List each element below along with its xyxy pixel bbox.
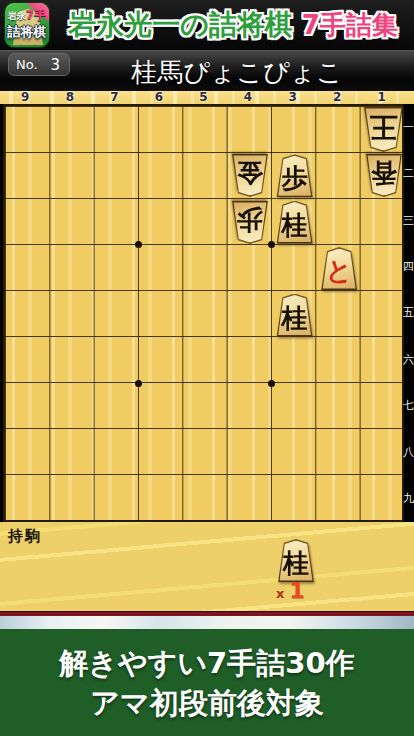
file-label-4: 4 <box>226 91 271 104</box>
hand-count-value: 1 <box>289 578 304 603</box>
file-label-2: 2 <box>315 91 360 104</box>
rank-label-7: 七 <box>403 383 414 429</box>
app-subtitle: 7手詰集 <box>302 8 398 43</box>
rank-label-5: 五 <box>403 290 414 336</box>
rank-label-3: 三 <box>403 197 414 243</box>
hand-area-rays <box>0 522 414 612</box>
hoshi-dot <box>135 380 142 387</box>
screen: 岩永7手 詰将棋 岩永光一の詰将棋 7手詰集 No. 3 桂馬ぴょこぴょこ 98… <box>0 0 414 736</box>
rank-label-2: 二 <box>403 150 414 196</box>
rank-label-1: 一 <box>403 104 414 150</box>
promo-line1: 解きやすい7手詰30作 <box>59 645 354 681</box>
hand-count: x 1 <box>276 578 320 603</box>
puzzle-number: 3 <box>50 56 60 74</box>
piece-35-sente[interactable]: 桂 <box>276 294 314 337</box>
rank-labels: 一二三四五六七八九 <box>403 104 414 522</box>
piece-glyph: 金 <box>231 154 269 197</box>
piece-33-sente[interactable]: 桂 <box>276 201 314 244</box>
hand-area: 持駒 桂 x 1 戻る <box>0 522 414 612</box>
piece-glyph: 桂 <box>277 539 315 582</box>
file-label-8: 8 <box>48 91 93 104</box>
piece-43-gote[interactable]: 歩 <box>231 201 269 244</box>
board-grid <box>5 106 402 520</box>
piece-32-sente[interactable]: 歩 <box>276 154 314 197</box>
promo-line2: アマ初段前後対象 <box>90 685 323 721</box>
icon-line1: 岩永7手 <box>5 10 49 21</box>
file-label-1: 1 <box>359 91 404 104</box>
promo-banner: 解きやすい7手詰30作 アマ初段前後対象 <box>0 629 414 736</box>
rank-label-4: 四 <box>403 243 414 289</box>
piece-glyph: 桂 <box>276 201 314 244</box>
file-label-strip: 987654321 <box>0 91 414 104</box>
hoshi-dot <box>135 241 142 248</box>
piece-glyph: 歩 <box>231 201 269 244</box>
file-label-5: 5 <box>181 91 226 104</box>
file-labels: 987654321 <box>3 91 404 104</box>
hand-label: 持駒 <box>8 527 42 546</box>
hoshi-dot <box>268 380 275 387</box>
puzzle-no-label: No. <box>16 57 38 72</box>
piece-12-gote[interactable]: 香 <box>365 154 403 197</box>
hand-piece-kei[interactable]: 桂 <box>277 539 315 582</box>
app-title: 岩永光一の詰将棋 <box>68 6 293 44</box>
photo-strip <box>0 616 414 629</box>
piece-glyph: 香 <box>365 154 403 197</box>
puzzle-title-bar: No. 3 桂馬ぴょこぴょこ <box>0 50 414 91</box>
piece-11-gote[interactable]: 王 <box>363 107 404 152</box>
rank-label-9: 九 <box>403 476 414 522</box>
piece-glyph: 歩 <box>276 154 314 197</box>
rank-label-8: 八 <box>403 429 414 475</box>
piece-glyph: 王 <box>363 107 404 152</box>
app-icon: 岩永7手 詰将棋 <box>4 2 50 48</box>
hoshi-dot <box>268 241 275 248</box>
file-label-6: 6 <box>137 91 182 104</box>
piece-glyph: 桂 <box>276 294 314 337</box>
file-label-7: 7 <box>92 91 137 104</box>
app-header: 岩永7手 詰将棋 岩永光一の詰将棋 7手詰集 <box>0 0 414 50</box>
piece-24-sente[interactable]: と <box>320 247 358 290</box>
icon-line2: 詰将棋 <box>5 23 49 41</box>
puzzle-title: 桂馬ぴょこぴょこ <box>70 55 404 90</box>
hand-count-x: x <box>276 586 284 601</box>
file-label-3: 3 <box>270 91 315 104</box>
shogi-board[interactable]: 王香金歩歩桂と桂 <box>3 104 404 522</box>
rank-label-6: 六 <box>403 336 414 382</box>
app-title-row: 岩永光一の詰将棋 7手詰集 <box>52 0 414 50</box>
piece-glyph: と <box>320 247 358 290</box>
file-label-9: 9 <box>3 91 48 104</box>
puzzle-number-badge: No. 3 <box>8 53 70 76</box>
piece-42-gote[interactable]: 金 <box>231 154 269 197</box>
